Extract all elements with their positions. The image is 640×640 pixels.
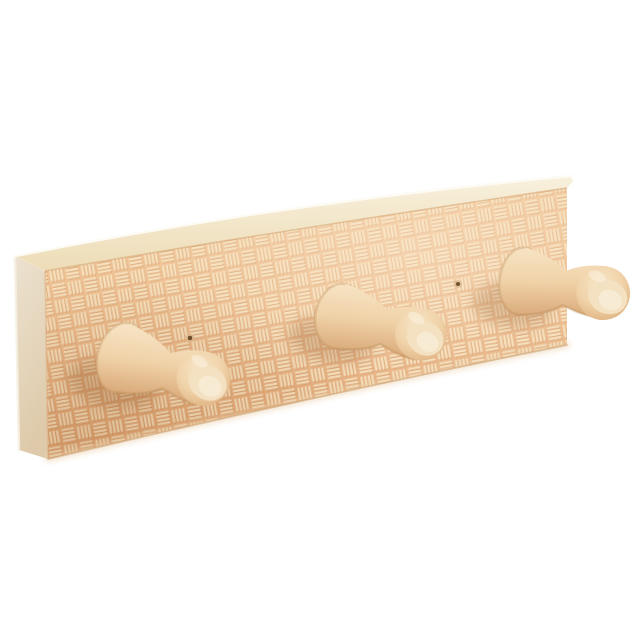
screw-hole — [185, 334, 194, 342]
board-end-face — [15, 256, 48, 459]
peg-rack-scene — [0, 0, 640, 640]
screw-hole-center — [456, 282, 460, 286]
product-photo — [0, 0, 640, 640]
screw-hole — [454, 280, 462, 287]
screw-hole-center — [188, 336, 193, 341]
